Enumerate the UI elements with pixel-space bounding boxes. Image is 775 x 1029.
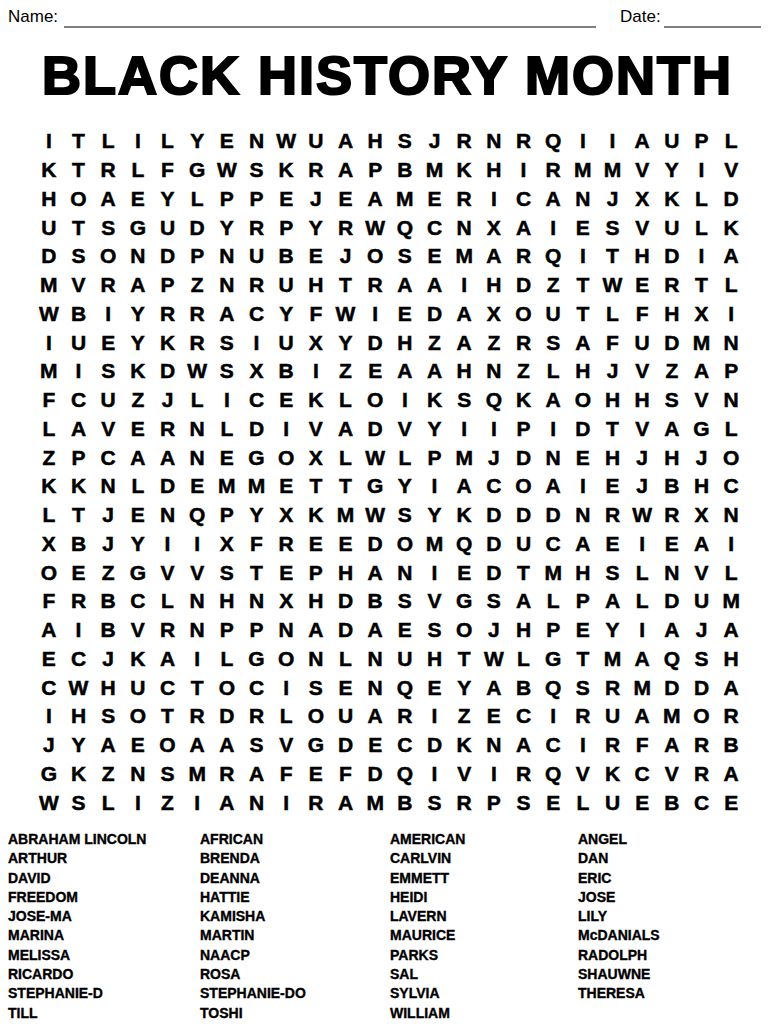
grid-cell-r11c13[interactable]: V [390,415,420,444]
grid-cell-r19c15[interactable]: T [449,645,479,674]
grid-cell-r19c12[interactable]: N [360,645,390,674]
grid-cell-r14c17[interactable]: D [509,501,539,530]
grid-cell-r22c11[interactable]: D [331,731,361,760]
grid-cell-r6c15[interactable]: I [449,271,479,300]
grid-cell-r4c13[interactable]: Q [390,213,420,242]
grid-cell-r14c19[interactable]: N [568,501,598,530]
grid-cell-r16c22[interactable]: N [657,558,687,587]
grid-cell-r4c24[interactable]: K [716,213,746,242]
grid-cell-r22c18[interactable]: C [538,731,568,760]
grid-cell-r7c15[interactable]: A [449,300,479,329]
grid-cell-r6c12[interactable]: R [360,271,390,300]
grid-cell-r22c2[interactable]: Y [64,731,94,760]
grid-cell-r9c6[interactable]: W [182,357,212,386]
grid-cell-r5c18[interactable]: Q [538,242,568,271]
grid-cell-r9c16[interactable]: N [479,357,509,386]
grid-cell-r10c2[interactable]: C [64,386,94,415]
grid-cell-r3c4[interactable]: E [123,185,153,214]
grid-cell-r8c6[interactable]: R [182,328,212,357]
grid-cell-r17c10[interactable]: H [301,587,331,616]
grid-cell-r19c10[interactable]: N [301,645,331,674]
grid-cell-r1c6[interactable]: Y [182,127,212,156]
grid-cell-r24c11[interactable]: A [331,788,361,817]
grid-cell-r2c5[interactable]: F [153,156,183,185]
grid-cell-r14c10[interactable]: K [301,501,331,530]
grid-cell-r7c9[interactable]: Y [271,300,301,329]
grid-cell-r14c6[interactable]: Q [182,501,212,530]
grid-cell-r9c18[interactable]: L [538,357,568,386]
grid-cell-r10c13[interactable]: I [390,386,420,415]
grid-cell-r20c15[interactable]: Y [449,673,479,702]
grid-cell-r8c15[interactable]: A [449,328,479,357]
grid-cell-r2c22[interactable]: Y [657,156,687,185]
grid-cell-r7c20[interactable]: L [598,300,628,329]
grid-cell-r23c2[interactable]: K [64,760,94,789]
grid-cell-r6c21[interactable]: E [627,271,657,300]
grid-cell-r13c9[interactable]: E [271,472,301,501]
grid-cell-r20c12[interactable]: N [360,673,390,702]
grid-cell-r20c18[interactable]: Q [538,673,568,702]
grid-cell-r4c7[interactable]: Y [212,213,242,242]
grid-cell-r5c22[interactable]: D [657,242,687,271]
grid-cell-r14c4[interactable]: E [123,501,153,530]
grid-cell-r18c12[interactable]: A [360,616,390,645]
grid-cell-r2c17[interactable]: I [509,156,539,185]
grid-cell-r23c20[interactable]: K [598,760,628,789]
grid-cell-r6c17[interactable]: D [509,271,539,300]
grid-cell-r9c20[interactable]: J [598,357,628,386]
grid-cell-r18c22[interactable]: A [657,616,687,645]
grid-cell-r6c5[interactable]: P [153,271,183,300]
grid-cell-r4c18[interactable]: I [538,213,568,242]
grid-cell-r12c6[interactable]: N [182,443,212,472]
grid-cell-r12c7[interactable]: E [212,443,242,472]
grid-cell-r18c3[interactable]: B [93,616,123,645]
grid-cell-r18c17[interactable]: H [509,616,539,645]
grid-cell-r7c10[interactable]: F [301,300,331,329]
grid-cell-r23c6[interactable]: M [182,760,212,789]
grid-cell-r23c14[interactable]: I [420,760,450,789]
grid-cell-r22c13[interactable]: C [390,731,420,760]
grid-cell-r13c14[interactable]: I [420,472,450,501]
grid-cell-r1c17[interactable]: R [509,127,539,156]
grid-cell-r19c4[interactable]: K [123,645,153,674]
grid-cell-r8c18[interactable]: S [538,328,568,357]
grid-cell-r2c12[interactable]: P [360,156,390,185]
grid-cell-r24c7[interactable]: A [212,788,242,817]
grid-cell-r4c14[interactable]: C [420,213,450,242]
grid-cell-r16c19[interactable]: H [568,558,598,587]
grid-cell-r20c11[interactable]: E [331,673,361,702]
grid-cell-r19c14[interactable]: H [420,645,450,674]
grid-cell-r22c3[interactable]: A [93,731,123,760]
grid-cell-r5c12[interactable]: O [360,242,390,271]
grid-cell-r20c8[interactable]: C [242,673,272,702]
grid-cell-r12c8[interactable]: G [242,443,272,472]
grid-cell-r1c2[interactable]: T [64,127,94,156]
grid-cell-r17c3[interactable]: B [93,587,123,616]
grid-cell-r4c16[interactable]: X [479,213,509,242]
grid-cell-r4c5[interactable]: U [153,213,183,242]
grid-cell-r21c7[interactable]: D [212,702,242,731]
grid-cell-r1c3[interactable]: L [93,127,123,156]
grid-cell-r7c3[interactable]: I [93,300,123,329]
grid-cell-r21c24[interactable]: R [716,702,746,731]
grid-cell-r5c24[interactable]: A [716,242,746,271]
grid-cell-r10c22[interactable]: S [657,386,687,415]
grid-cell-r23c21[interactable]: C [627,760,657,789]
grid-cell-r11c21[interactable]: V [627,415,657,444]
grid-cell-r13c12[interactable]: G [360,472,390,501]
grid-cell-r7c1[interactable]: W [34,300,64,329]
grid-cell-r7c2[interactable]: B [64,300,94,329]
grid-cell-r3c5[interactable]: Y [153,185,183,214]
grid-cell-r24c2[interactable]: S [64,788,94,817]
grid-cell-r17c20[interactable]: A [598,587,628,616]
grid-cell-r19c21[interactable]: A [627,645,657,674]
grid-cell-r16c1[interactable]: O [34,558,64,587]
grid-cell-r24c23[interactable]: C [687,788,717,817]
grid-cell-r1c8[interactable]: N [242,127,272,156]
grid-cell-r9c4[interactable]: K [123,357,153,386]
grid-cell-r5c16[interactable]: A [479,242,509,271]
grid-cell-r6c7[interactable]: N [212,271,242,300]
grid-cell-r10c24[interactable]: N [716,386,746,415]
grid-cell-r11c3[interactable]: V [93,415,123,444]
grid-cell-r11c8[interactable]: D [242,415,272,444]
grid-cell-r20c16[interactable]: A [479,673,509,702]
grid-cell-r22c23[interactable]: R [687,731,717,760]
grid-cell-r7c19[interactable]: T [568,300,598,329]
grid-cell-r20c2[interactable]: W [64,673,94,702]
grid-cell-r5c11[interactable]: J [331,242,361,271]
grid-cell-r10c11[interactable]: L [331,386,361,415]
grid-cell-r12c18[interactable]: N [538,443,568,472]
grid-cell-r3c20[interactable]: J [598,185,628,214]
grid-cell-r23c17[interactable]: R [509,760,539,789]
grid-cell-r18c14[interactable]: S [420,616,450,645]
grid-cell-r14c3[interactable]: J [93,501,123,530]
grid-cell-r13c15[interactable]: A [449,472,479,501]
grid-cell-r19c23[interactable]: S [687,645,717,674]
grid-cell-r19c1[interactable]: E [34,645,64,674]
grid-cell-r17c15[interactable]: G [449,587,479,616]
grid-cell-r20c1[interactable]: C [34,673,64,702]
grid-cell-r21c12[interactable]: A [360,702,390,731]
grid-cell-r16c11[interactable]: H [331,558,361,587]
grid-cell-r10c9[interactable]: E [271,386,301,415]
grid-cell-r2c4[interactable]: L [123,156,153,185]
grid-cell-r1c4[interactable]: I [123,127,153,156]
grid-cell-r13c18[interactable]: A [538,472,568,501]
grid-cell-r15c7[interactable]: X [212,530,242,559]
grid-cell-r15c24[interactable]: I [716,530,746,559]
grid-cell-r4c10[interactable]: Y [301,213,331,242]
grid-cell-r19c13[interactable]: U [390,645,420,674]
grid-cell-r5c14[interactable]: E [420,242,450,271]
grid-cell-r3c8[interactable]: P [242,185,272,214]
grid-cell-r8c2[interactable]: U [64,328,94,357]
grid-cell-r23c16[interactable]: I [479,760,509,789]
grid-cell-r18c18[interactable]: P [538,616,568,645]
grid-cell-r19c6[interactable]: I [182,645,212,674]
grid-cell-r3c17[interactable]: C [509,185,539,214]
grid-cell-r22c5[interactable]: O [153,731,183,760]
grid-cell-r24c15[interactable]: R [449,788,479,817]
grid-cell-r24c9[interactable]: I [271,788,301,817]
grid-cell-r18c13[interactable]: E [390,616,420,645]
grid-cell-r12c21[interactable]: J [627,443,657,472]
grid-cell-r13c6[interactable]: E [182,472,212,501]
grid-cell-r7c16[interactable]: X [479,300,509,329]
grid-cell-r14c5[interactable]: N [153,501,183,530]
grid-cell-r15c5[interactable]: I [153,530,183,559]
grid-cell-r18c15[interactable]: O [449,616,479,645]
grid-cell-r16c24[interactable]: L [716,558,746,587]
grid-cell-r8c8[interactable]: I [242,328,272,357]
grid-cell-r10c10[interactable]: K [301,386,331,415]
grid-cell-r13c2[interactable]: K [64,472,94,501]
grid-cell-r6c9[interactable]: U [271,271,301,300]
grid-cell-r1c7[interactable]: E [212,127,242,156]
grid-cell-r21c14[interactable]: I [420,702,450,731]
grid-cell-r20c7[interactable]: O [212,673,242,702]
grid-cell-r8c14[interactable]: Z [420,328,450,357]
grid-cell-r15c4[interactable]: Y [123,530,153,559]
grid-cell-r13c7[interactable]: M [212,472,242,501]
grid-cell-r17c13[interactable]: S [390,587,420,616]
grid-cell-r8c1[interactable]: I [34,328,64,357]
grid-cell-r18c16[interactable]: J [479,616,509,645]
grid-cell-r12c14[interactable]: P [420,443,450,472]
grid-cell-r9c5[interactable]: D [153,357,183,386]
grid-cell-r18c23[interactable]: J [687,616,717,645]
grid-cell-r21c11[interactable]: U [331,702,361,731]
grid-cell-r6c13[interactable]: A [390,271,420,300]
grid-cell-r9c12[interactable]: E [360,357,390,386]
grid-cell-r21c3[interactable]: S [93,702,123,731]
grid-cell-r12c13[interactable]: L [390,443,420,472]
grid-cell-r15c17[interactable]: U [509,530,539,559]
grid-cell-r10c16[interactable]: Q [479,386,509,415]
grid-cell-r15c6[interactable]: I [182,530,212,559]
grid-cell-r7c22[interactable]: H [657,300,687,329]
grid-cell-r4c22[interactable]: U [657,213,687,242]
grid-cell-r16c12[interactable]: A [360,558,390,587]
grid-cell-r20c4[interactable]: U [123,673,153,702]
grid-cell-r2c9[interactable]: K [271,156,301,185]
grid-cell-r12c22[interactable]: H [657,443,687,472]
grid-cell-r9c24[interactable]: P [716,357,746,386]
grid-cell-r24c6[interactable]: I [182,788,212,817]
grid-cell-r3c16[interactable]: I [479,185,509,214]
grid-cell-r21c10[interactable]: O [301,702,331,731]
grid-cell-r22c6[interactable]: A [182,731,212,760]
grid-cell-r4c3[interactable]: S [93,213,123,242]
grid-cell-r1c16[interactable]: N [479,127,509,156]
grid-cell-r10c3[interactable]: U [93,386,123,415]
grid-cell-r13c4[interactable]: L [123,472,153,501]
grid-cell-r15c9[interactable]: R [271,530,301,559]
grid-cell-r2c7[interactable]: W [212,156,242,185]
grid-cell-r6c2[interactable]: V [64,271,94,300]
grid-cell-r4c23[interactable]: L [687,213,717,242]
grid-cell-r23c23[interactable]: R [687,760,717,789]
grid-cell-r4c1[interactable]: U [34,213,64,242]
grid-cell-r17c22[interactable]: D [657,587,687,616]
grid-cell-r23c12[interactable]: D [360,760,390,789]
grid-cell-r8c12[interactable]: D [360,328,390,357]
grid-cell-r18c20[interactable]: Y [598,616,628,645]
grid-cell-r16c15[interactable]: E [449,558,479,587]
grid-cell-r24c5[interactable]: Z [153,788,183,817]
grid-cell-r4c11[interactable]: R [331,213,361,242]
grid-cell-r15c10[interactable]: E [301,530,331,559]
grid-cell-r8c24[interactable]: N [716,328,746,357]
grid-cell-r20c5[interactable]: C [153,673,183,702]
grid-cell-r8c23[interactable]: M [687,328,717,357]
grid-cell-r11c5[interactable]: R [153,415,183,444]
grid-cell-r1c15[interactable]: R [449,127,479,156]
grid-cell-r5c8[interactable]: U [242,242,272,271]
grid-cell-r21c1[interactable]: I [34,702,64,731]
grid-cell-r20c14[interactable]: E [420,673,450,702]
grid-cell-r1c10[interactable]: U [301,127,331,156]
grid-cell-r14c21[interactable]: W [627,501,657,530]
grid-cell-r3c9[interactable]: E [271,185,301,214]
grid-cell-r12c2[interactable]: P [64,443,94,472]
grid-cell-r19c3[interactable]: J [93,645,123,674]
grid-cell-r6c23[interactable]: T [687,271,717,300]
grid-cell-r12c24[interactable]: O [716,443,746,472]
grid-cell-r15c12[interactable]: D [360,530,390,559]
grid-cell-r15c22[interactable]: E [657,530,687,559]
grid-cell-r17c1[interactable]: F [34,587,64,616]
grid-cell-r13c16[interactable]: C [479,472,509,501]
grid-cell-r9c19[interactable]: H [568,357,598,386]
grid-cell-r11c12[interactable]: D [360,415,390,444]
grid-cell-r3c24[interactable]: D [716,185,746,214]
grid-cell-r9c17[interactable]: Z [509,357,539,386]
grid-cell-r1c20[interactable]: I [598,127,628,156]
grid-cell-r2c14[interactable]: M [420,156,450,185]
grid-cell-r7c14[interactable]: D [420,300,450,329]
grid-cell-r17c9[interactable]: X [271,587,301,616]
grid-cell-r14c16[interactable]: D [479,501,509,530]
grid-cell-r5c10[interactable]: E [301,242,331,271]
grid-cell-r9c7[interactable]: S [212,357,242,386]
grid-cell-r22c7[interactable]: A [212,731,242,760]
grid-cell-r1c14[interactable]: J [420,127,450,156]
grid-cell-r15c2[interactable]: B [64,530,94,559]
grid-cell-r18c7[interactable]: P [212,616,242,645]
grid-cell-r10c18[interactable]: A [538,386,568,415]
grid-cell-r1c11[interactable]: A [331,127,361,156]
grid-cell-r24c3[interactable]: L [93,788,123,817]
grid-cell-r3c6[interactable]: L [182,185,212,214]
grid-cell-r7c12[interactable]: I [360,300,390,329]
grid-cell-r7c17[interactable]: O [509,300,539,329]
grid-cell-r11c1[interactable]: L [34,415,64,444]
grid-cell-r11c19[interactable]: D [568,415,598,444]
grid-cell-r21c6[interactable]: R [182,702,212,731]
grid-cell-r23c7[interactable]: R [212,760,242,789]
grid-cell-r15c23[interactable]: A [687,530,717,559]
grid-cell-r1c5[interactable]: L [153,127,183,156]
grid-cell-r17c17[interactable]: A [509,587,539,616]
grid-cell-r8c16[interactable]: Z [479,328,509,357]
grid-cell-r11c4[interactable]: E [123,415,153,444]
grid-cell-r3c22[interactable]: K [657,185,687,214]
grid-cell-r6c14[interactable]: A [420,271,450,300]
grid-cell-r2c11[interactable]: A [331,156,361,185]
grid-cell-r14c12[interactable]: W [360,501,390,530]
grid-cell-r7c6[interactable]: R [182,300,212,329]
grid-cell-r19c17[interactable]: L [509,645,539,674]
grid-cell-r13c24[interactable]: C [716,472,746,501]
grid-cell-r23c8[interactable]: A [242,760,272,789]
grid-cell-r5c7[interactable]: N [212,242,242,271]
grid-cell-r3c18[interactable]: A [538,185,568,214]
grid-cell-r9c23[interactable]: A [687,357,717,386]
grid-cell-r16c3[interactable]: Z [93,558,123,587]
grid-cell-r10c21[interactable]: H [627,386,657,415]
grid-cell-r11c22[interactable]: A [657,415,687,444]
grid-cell-r22c12[interactable]: E [360,731,390,760]
grid-cell-r24c1[interactable]: W [34,788,64,817]
grid-cell-r19c18[interactable]: G [538,645,568,674]
grid-cell-r18c11[interactable]: D [331,616,361,645]
grid-cell-r13c11[interactable]: T [331,472,361,501]
grid-cell-r3c2[interactable]: O [64,185,94,214]
grid-cell-r8c20[interactable]: F [598,328,628,357]
grid-cell-r7c24[interactable]: I [716,300,746,329]
grid-cell-r11c6[interactable]: N [182,415,212,444]
grid-cell-r16c8[interactable]: T [242,558,272,587]
grid-cell-r6c8[interactable]: R [242,271,272,300]
grid-cell-r7c11[interactable]: W [331,300,361,329]
grid-cell-r23c10[interactable]: E [301,760,331,789]
grid-cell-r21c19[interactable]: R [568,702,598,731]
grid-cell-r6c11[interactable]: T [331,271,361,300]
grid-cell-r21c9[interactable]: L [271,702,301,731]
grid-cell-r14c7[interactable]: P [212,501,242,530]
grid-cell-r5c9[interactable]: B [271,242,301,271]
grid-cell-r7c23[interactable]: X [687,300,717,329]
grid-cell-r4c9[interactable]: P [271,213,301,242]
grid-cell-r14c24[interactable]: N [716,501,746,530]
grid-cell-r8c17[interactable]: R [509,328,539,357]
grid-cell-r3c13[interactable]: M [390,185,420,214]
grid-cell-r4c19[interactable]: E [568,213,598,242]
grid-cell-r14c18[interactable]: D [538,501,568,530]
grid-cell-r17c14[interactable]: V [420,587,450,616]
grid-cell-r15c15[interactable]: Q [449,530,479,559]
grid-cell-r14c8[interactable]: Y [242,501,272,530]
grid-cell-r10c19[interactable]: O [568,386,598,415]
grid-cell-r8c13[interactable]: H [390,328,420,357]
grid-cell-r22c4[interactable]: E [123,731,153,760]
grid-cell-r11c11[interactable]: A [331,415,361,444]
grid-cell-r4c2[interactable]: T [64,213,94,242]
grid-cell-r5c19[interactable]: I [568,242,598,271]
grid-cell-r1c18[interactable]: Q [538,127,568,156]
grid-cell-r20c23[interactable]: D [687,673,717,702]
grid-cell-r12c12[interactable]: W [360,443,390,472]
grid-cell-r1c12[interactable]: H [360,127,390,156]
grid-cell-r12c20[interactable]: H [598,443,628,472]
grid-cell-r24c17[interactable]: S [509,788,539,817]
